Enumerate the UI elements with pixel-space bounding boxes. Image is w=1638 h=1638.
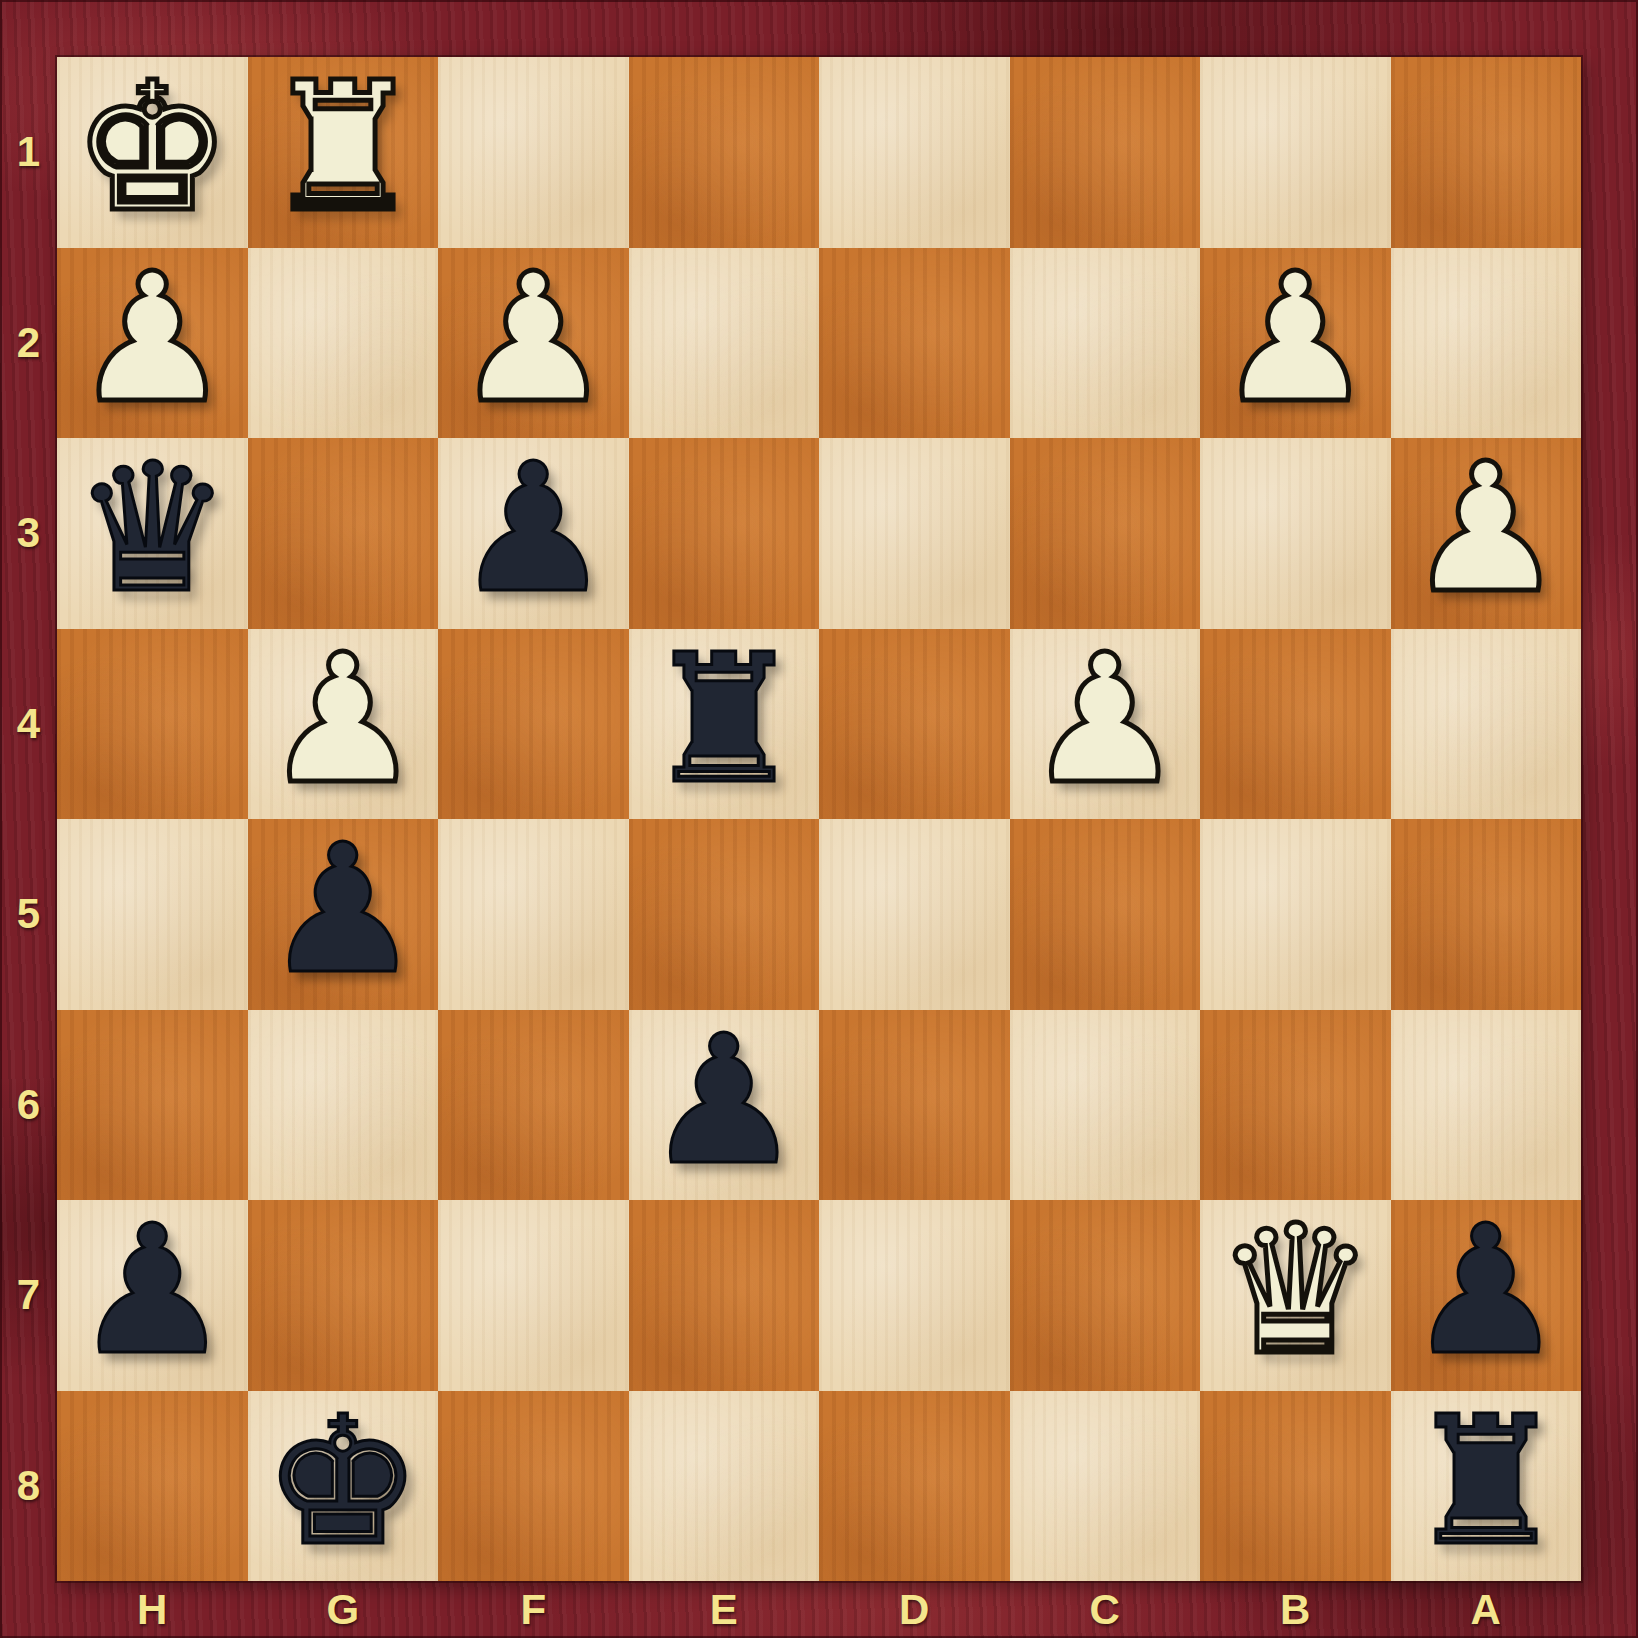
square-g1[interactable]: ♜ — [248, 57, 439, 248]
file-label-f: F — [438, 1581, 629, 1638]
square-a4[interactable] — [1391, 629, 1582, 820]
square-c6[interactable] — [1010, 1010, 1201, 1201]
rank-label-3: 3 — [0, 438, 57, 629]
square-c2[interactable] — [1010, 248, 1201, 439]
square-g4[interactable]: ♟ — [248, 629, 439, 820]
file-label-c: C — [1010, 1581, 1201, 1638]
square-d2[interactable] — [819, 248, 1010, 439]
square-d6[interactable] — [819, 1010, 1010, 1201]
piece-white-rook[interactable]: ♜ — [263, 59, 423, 237]
file-labels: HGFEDCBA — [57, 1581, 1581, 1638]
piece-white-queen[interactable]: ♛ — [1215, 1202, 1375, 1380]
square-d7[interactable] — [819, 1200, 1010, 1391]
square-e4[interactable]: ♜ — [629, 629, 820, 820]
square-a1[interactable] — [1391, 57, 1582, 248]
square-b6[interactable] — [1200, 1010, 1391, 1201]
square-h2[interactable]: ♟ — [57, 248, 248, 439]
square-c8[interactable] — [1010, 1391, 1201, 1582]
piece-black-pawn[interactable]: ♟ — [453, 440, 613, 618]
square-h7[interactable]: ♟ — [57, 1200, 248, 1391]
square-e8[interactable] — [629, 1391, 820, 1582]
rank-label-5: 5 — [0, 819, 57, 1010]
square-f8[interactable] — [438, 1391, 629, 1582]
rank-labels: 12345678 — [0, 57, 57, 1581]
file-label-g: G — [248, 1581, 439, 1638]
square-f4[interactable] — [438, 629, 629, 820]
square-b3[interactable] — [1200, 438, 1391, 629]
square-c1[interactable] — [1010, 57, 1201, 248]
rank-label-7: 7 — [0, 1200, 57, 1391]
file-label-a: A — [1391, 1581, 1582, 1638]
square-g7[interactable] — [248, 1200, 439, 1391]
square-e5[interactable] — [629, 819, 820, 1010]
piece-white-pawn[interactable]: ♟ — [263, 631, 423, 809]
piece-white-pawn[interactable]: ♟ — [1215, 250, 1375, 428]
square-d4[interactable] — [819, 629, 1010, 820]
piece-black-pawn[interactable]: ♟ — [263, 821, 423, 999]
square-h8[interactable] — [57, 1391, 248, 1582]
square-a2[interactable] — [1391, 248, 1582, 439]
square-f7[interactable] — [438, 1200, 629, 1391]
piece-black-rook[interactable]: ♜ — [644, 631, 804, 809]
square-b2[interactable]: ♟ — [1200, 248, 1391, 439]
piece-black-pawn[interactable]: ♟ — [1406, 1202, 1566, 1380]
square-b7[interactable]: ♛ — [1200, 1200, 1391, 1391]
square-g8[interactable]: ♚ — [248, 1391, 439, 1582]
square-g5[interactable]: ♟ — [248, 819, 439, 1010]
piece-black-pawn[interactable]: ♟ — [72, 1202, 232, 1380]
rank-label-8: 8 — [0, 1391, 57, 1582]
piece-white-pawn[interactable]: ♟ — [1406, 440, 1566, 618]
piece-white-pawn[interactable]: ♟ — [1025, 631, 1185, 809]
square-g2[interactable] — [248, 248, 439, 439]
square-b8[interactable] — [1200, 1391, 1391, 1582]
square-a6[interactable] — [1391, 1010, 1582, 1201]
piece-white-pawn[interactable]: ♟ — [453, 250, 613, 428]
square-h5[interactable] — [57, 819, 248, 1010]
rank-label-2: 2 — [0, 248, 57, 439]
rank-label-1: 1 — [0, 57, 57, 248]
square-e7[interactable] — [629, 1200, 820, 1391]
piece-black-rook[interactable]: ♜ — [1406, 1393, 1566, 1571]
square-g3[interactable] — [248, 438, 439, 629]
square-h4[interactable] — [57, 629, 248, 820]
square-f5[interactable] — [438, 819, 629, 1010]
square-d8[interactable] — [819, 1391, 1010, 1582]
square-e2[interactable] — [629, 248, 820, 439]
piece-white-king[interactable]: ♚ — [72, 59, 232, 237]
square-a5[interactable] — [1391, 819, 1582, 1010]
square-f6[interactable] — [438, 1010, 629, 1201]
file-label-h: H — [57, 1581, 248, 1638]
piece-black-pawn[interactable]: ♟ — [644, 1012, 804, 1190]
square-h3[interactable]: ♛ — [57, 438, 248, 629]
square-f1[interactable] — [438, 57, 629, 248]
piece-white-pawn[interactable]: ♟ — [72, 250, 232, 428]
square-f3[interactable]: ♟ — [438, 438, 629, 629]
square-c7[interactable] — [1010, 1200, 1201, 1391]
file-label-b: B — [1200, 1581, 1391, 1638]
board-frame: ♚♜♟♟♟♛♟♟♟♜♟♟♟♟♛♟♚♜ 12345678 HGFEDCBA — [0, 0, 1638, 1638]
square-b1[interactable] — [1200, 57, 1391, 248]
square-a8[interactable]: ♜ — [1391, 1391, 1582, 1582]
rank-label-6: 6 — [0, 1010, 57, 1201]
square-a3[interactable]: ♟ — [1391, 438, 1582, 629]
file-label-d: D — [819, 1581, 1010, 1638]
file-label-e: E — [629, 1581, 820, 1638]
piece-black-king[interactable]: ♚ — [263, 1393, 423, 1571]
square-a7[interactable]: ♟ — [1391, 1200, 1582, 1391]
square-e6[interactable]: ♟ — [629, 1010, 820, 1201]
square-h6[interactable] — [57, 1010, 248, 1201]
square-e3[interactable] — [629, 438, 820, 629]
square-e1[interactable] — [629, 57, 820, 248]
square-d1[interactable] — [819, 57, 1010, 248]
square-g6[interactable] — [248, 1010, 439, 1201]
square-c5[interactable] — [1010, 819, 1201, 1010]
square-c3[interactable] — [1010, 438, 1201, 629]
piece-black-queen[interactable]: ♛ — [72, 440, 232, 618]
rank-label-4: 4 — [0, 629, 57, 820]
square-b4[interactable] — [1200, 629, 1391, 820]
chess-board: ♚♜♟♟♟♛♟♟♟♜♟♟♟♟♛♟♚♜ — [57, 57, 1581, 1581]
square-b5[interactable] — [1200, 819, 1391, 1010]
square-f2[interactable]: ♟ — [438, 248, 629, 439]
square-d3[interactable] — [819, 438, 1010, 629]
square-h1[interactable]: ♚ — [57, 57, 248, 248]
square-d5[interactable] — [819, 819, 1010, 1010]
square-c4[interactable]: ♟ — [1010, 629, 1201, 820]
